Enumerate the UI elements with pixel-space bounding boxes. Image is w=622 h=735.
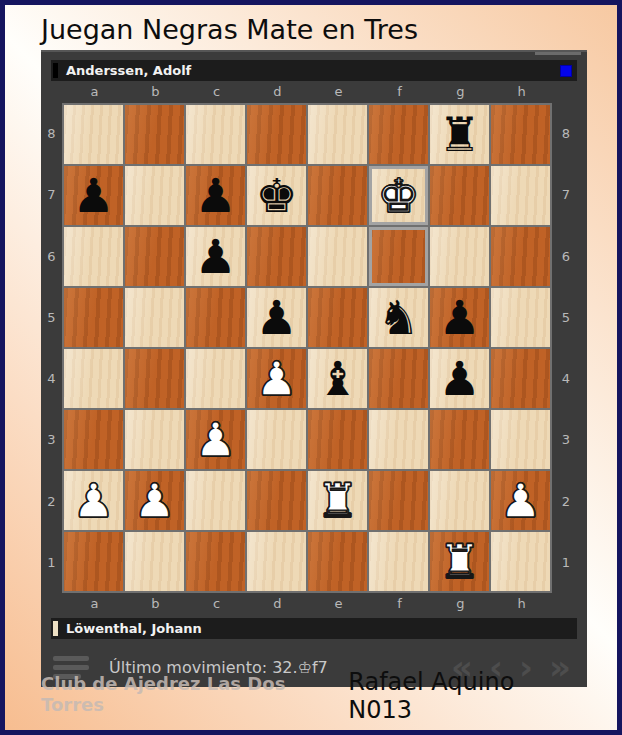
file-label-e: e <box>308 593 369 615</box>
file-label-d: d <box>247 593 308 615</box>
square-b7[interactable] <box>125 166 184 225</box>
square-e2[interactable]: ♜ <box>308 471 367 530</box>
file-label-a: a <box>64 593 125 615</box>
square-c3[interactable]: ♟ <box>186 410 245 469</box>
piece-white-pawn: ♟ <box>125 471 184 530</box>
square-c5[interactable] <box>186 288 245 347</box>
rank-label-8: 8 <box>552 103 580 164</box>
square-g2[interactable] <box>430 471 489 530</box>
square-a8[interactable] <box>64 105 123 164</box>
rank-label-3: 3 <box>552 409 580 470</box>
file-label-g: g <box>430 81 491 103</box>
square-b2[interactable]: ♟ <box>125 471 184 530</box>
square-g3[interactable] <box>430 410 489 469</box>
club-watermark: Club de Ajedrez Las Dos Torres <box>41 673 348 715</box>
file-label-h: h <box>491 593 552 615</box>
square-h3[interactable] <box>491 410 550 469</box>
puzzle-title: Juegan Negras Mate en Tres <box>41 14 418 45</box>
file-labels-bottom: abcdefgh <box>64 593 558 615</box>
piece-black-pawn: ♟ <box>247 288 306 347</box>
square-a1[interactable] <box>64 532 123 591</box>
square-h6[interactable] <box>491 227 550 286</box>
rank-label-8: 8 <box>41 103 62 164</box>
square-f7[interactable]: ♚ <box>369 166 428 225</box>
square-a3[interactable] <box>64 410 123 469</box>
file-label-g: g <box>430 593 491 615</box>
square-g8[interactable]: ♜ <box>430 105 489 164</box>
file-label-a: a <box>64 81 125 103</box>
square-a4[interactable] <box>64 349 123 408</box>
file-label-d: d <box>247 81 308 103</box>
piece-white-rook: ♜ <box>430 532 489 591</box>
piece-black-pawn: ♟ <box>430 288 489 347</box>
square-a6[interactable] <box>64 227 123 286</box>
chess-widget: Anderssen, Adolf abcdefgh 87654321 ♜♟♟♚♚… <box>41 50 587 687</box>
square-f3[interactable] <box>369 410 428 469</box>
piece-black-knight: ♞ <box>369 288 428 347</box>
panel-notch <box>535 52 581 55</box>
square-b5[interactable] <box>125 288 184 347</box>
square-h2[interactable]: ♟ <box>491 471 550 530</box>
square-d2[interactable] <box>247 471 306 530</box>
rank-label-2: 2 <box>41 471 62 532</box>
piece-black-pawn: ♟ <box>64 166 123 225</box>
rank-label-5: 5 <box>41 287 62 348</box>
file-label-b: b <box>125 81 186 103</box>
white-side-marker-icon <box>53 621 58 636</box>
black-side-marker-icon <box>53 63 58 78</box>
square-h8[interactable] <box>491 105 550 164</box>
square-d6[interactable] <box>247 227 306 286</box>
file-label-c: c <box>186 593 247 615</box>
piece-black-king: ♚ <box>247 166 306 225</box>
rank-label-4: 4 <box>552 348 580 409</box>
piece-black-pawn: ♟ <box>430 349 489 408</box>
square-f5[interactable]: ♞ <box>369 288 428 347</box>
rank-labels-left: 87654321 <box>41 103 62 593</box>
square-b6[interactable] <box>125 227 184 286</box>
square-b8[interactable] <box>125 105 184 164</box>
square-h4[interactable] <box>491 349 550 408</box>
square-e5[interactable] <box>308 288 367 347</box>
puzzle-card: Juegan Negras Mate en Tres Anderssen, Ad… <box>0 0 622 735</box>
piece-black-pawn: ♟ <box>186 227 245 286</box>
rank-label-3: 3 <box>41 409 62 470</box>
rank-label-7: 7 <box>41 164 62 225</box>
piece-white-rook: ♜ <box>308 471 367 530</box>
footer: Club de Ajedrez Las Dos Torres Rafael Aq… <box>41 668 581 724</box>
top-player-bar: Anderssen, Adolf <box>51 60 577 81</box>
file-labels-top: abcdefgh <box>64 81 558 103</box>
square-b3[interactable] <box>125 410 184 469</box>
piece-white-king: ♚ <box>369 166 428 225</box>
piece-white-pawn: ♟ <box>491 471 550 530</box>
piece-black-bishop: ♝ <box>308 349 367 408</box>
board-row: 87654321 ♜♟♟♚♚♟♟♞♟♟♝♟♟♟♟♜♟♜ 87654321 <box>41 103 587 593</box>
piece-black-rook: ♜ <box>430 105 489 164</box>
square-g5[interactable]: ♟ <box>430 288 489 347</box>
rank-labels-right: 87654321 <box>552 103 580 593</box>
square-e3[interactable] <box>308 410 367 469</box>
square-c2[interactable] <box>186 471 245 530</box>
rank-label-4: 4 <box>41 348 62 409</box>
square-c8[interactable] <box>186 105 245 164</box>
square-f8[interactable] <box>369 105 428 164</box>
rank-label-6: 6 <box>552 226 580 287</box>
square-e1[interactable] <box>308 532 367 591</box>
square-e8[interactable] <box>308 105 367 164</box>
to-move-indicator <box>560 65 572 77</box>
square-d8[interactable] <box>247 105 306 164</box>
square-g7[interactable] <box>430 166 489 225</box>
square-h1[interactable] <box>491 532 550 591</box>
bottom-player-bar: Löwenthal, Johann <box>51 618 577 639</box>
square-f1[interactable] <box>369 532 428 591</box>
file-label-c: c <box>186 81 247 103</box>
piece-white-pawn: ♟ <box>247 349 306 408</box>
square-d4[interactable]: ♟ <box>247 349 306 408</box>
file-label-h: h <box>491 81 552 103</box>
square-g6[interactable] <box>430 227 489 286</box>
rank-label-2: 2 <box>552 471 580 532</box>
square-e7[interactable] <box>308 166 367 225</box>
square-h5[interactable] <box>491 288 550 347</box>
square-h7[interactable] <box>491 166 550 225</box>
rank-label-6: 6 <box>41 226 62 287</box>
piece-black-pawn: ♟ <box>186 166 245 225</box>
piece-white-pawn: ♟ <box>64 471 123 530</box>
square-g4[interactable]: ♟ <box>430 349 489 408</box>
square-c7[interactable]: ♟ <box>186 166 245 225</box>
square-a7[interactable]: ♟ <box>64 166 123 225</box>
author-label: Rafael Aquino N013 <box>348 668 581 724</box>
rank-label-1: 1 <box>41 532 62 593</box>
square-f4[interactable] <box>369 349 428 408</box>
square-a2[interactable]: ♟ <box>64 471 123 530</box>
square-d7[interactable]: ♚ <box>247 166 306 225</box>
file-label-e: e <box>308 81 369 103</box>
rank-label-5: 5 <box>552 287 580 348</box>
rank-label-7: 7 <box>552 164 580 225</box>
square-d3[interactable] <box>247 410 306 469</box>
square-f6[interactable] <box>369 227 428 286</box>
square-f2[interactable] <box>369 471 428 530</box>
square-d5[interactable]: ♟ <box>247 288 306 347</box>
square-c1[interactable] <box>186 532 245 591</box>
chess-board: ♜♟♟♚♚♟♟♞♟♟♝♟♟♟♟♜♟♜ <box>62 103 552 593</box>
square-d1[interactable] <box>247 532 306 591</box>
square-g1[interactable]: ♜ <box>430 532 489 591</box>
menu-icon <box>53 656 89 661</box>
file-label-b: b <box>125 593 186 615</box>
square-c4[interactable] <box>186 349 245 408</box>
square-e6[interactable] <box>308 227 367 286</box>
bottom-player-name: Löwenthal, Johann <box>66 621 202 636</box>
file-label-f: f <box>369 81 430 103</box>
square-b4[interactable] <box>125 349 184 408</box>
top-player-name: Anderssen, Adolf <box>66 63 191 78</box>
rank-label-1: 1 <box>552 532 580 593</box>
square-b1[interactable] <box>125 532 184 591</box>
square-a5[interactable] <box>64 288 123 347</box>
piece-white-pawn: ♟ <box>186 410 245 469</box>
square-c6[interactable]: ♟ <box>186 227 245 286</box>
square-e4[interactable]: ♝ <box>308 349 367 408</box>
file-label-f: f <box>369 593 430 615</box>
